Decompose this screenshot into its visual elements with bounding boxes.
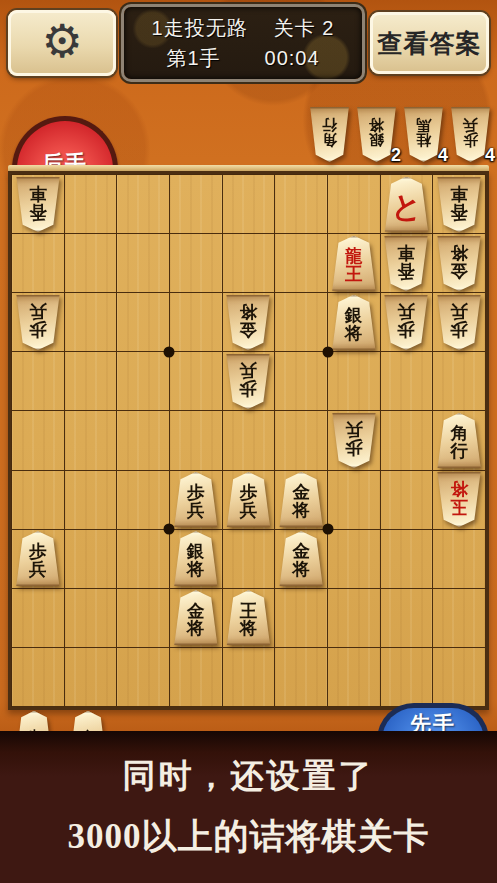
shogi-piece[interactable]: 歩 xyxy=(14,711,54,731)
shogi-piece[interactable]: 歩兵 xyxy=(224,354,272,409)
board-cell[interactable] xyxy=(170,648,223,707)
board-cell[interactable] xyxy=(433,648,486,707)
board-cell[interactable] xyxy=(381,411,434,470)
shogi-piece[interactable]: 金将 xyxy=(172,590,220,645)
board-cell[interactable]: 金将 xyxy=(275,471,328,530)
board-cell[interactable] xyxy=(275,175,328,234)
board-cell[interactable] xyxy=(12,352,65,411)
board-cell[interactable] xyxy=(65,471,118,530)
board-cell[interactable] xyxy=(433,589,486,648)
hand-piece-slot[interactable]: 金 xyxy=(68,711,108,731)
shogi-piece[interactable]: 金将 xyxy=(277,531,325,586)
board-cell[interactable] xyxy=(381,589,434,648)
shogi-piece[interactable]: と xyxy=(382,177,430,232)
shogi-piece[interactable]: 玉将 xyxy=(435,472,483,527)
shogi-piece[interactable]: 歩兵 xyxy=(435,295,483,350)
board-cell[interactable] xyxy=(170,175,223,234)
board-cell[interactable] xyxy=(117,589,170,648)
shogi-board: 香車と香車龍王香車金将歩兵金将銀将歩兵歩兵歩兵歩兵角行歩兵歩兵金将玉将歩兵銀将金… xyxy=(8,171,489,710)
board-cell[interactable] xyxy=(65,648,118,707)
board-cell[interactable]: 金将 xyxy=(170,589,223,648)
hand-piece-slot[interactable]: 歩兵4 xyxy=(449,107,492,162)
board-cell[interactable] xyxy=(381,648,434,707)
board-cell[interactable] xyxy=(170,293,223,352)
shogi-piece[interactable]: 歩兵 xyxy=(14,295,62,350)
shogi-piece[interactable]: 香車 xyxy=(14,177,62,232)
board-cell[interactable] xyxy=(275,293,328,352)
board-cell[interactable] xyxy=(117,352,170,411)
hand-piece-slot[interactable]: 桂馬4 xyxy=(402,107,445,162)
board-cell[interactable] xyxy=(328,471,381,530)
shogi-piece[interactable]: 歩兵 xyxy=(172,472,220,527)
hand-piece-slot[interactable]: 角行 xyxy=(308,107,351,162)
board-cell[interactable] xyxy=(117,234,170,293)
shogi-piece[interactable]: 角行 xyxy=(435,413,483,468)
board-cell[interactable] xyxy=(275,352,328,411)
board-cell[interactable] xyxy=(65,234,118,293)
board-cell[interactable] xyxy=(433,352,486,411)
board-cell[interactable] xyxy=(223,530,276,589)
board-cell[interactable]: 香車 xyxy=(433,175,486,234)
star-point xyxy=(322,346,333,357)
board-cell[interactable]: 銀将 xyxy=(170,530,223,589)
board-cell[interactable] xyxy=(275,411,328,470)
board-cell[interactable]: 歩兵 xyxy=(12,293,65,352)
view-answer-label: 查看答案 xyxy=(378,27,482,60)
board-cell[interactable] xyxy=(170,352,223,411)
board-cell[interactable] xyxy=(170,411,223,470)
board-cell[interactable]: 歩兵 xyxy=(223,471,276,530)
move-counter: 第1手 xyxy=(166,45,220,72)
star-point xyxy=(164,524,175,535)
board-cell[interactable] xyxy=(275,234,328,293)
level-title: 1走投无路 xyxy=(152,15,248,42)
shogi-piece[interactable]: 金将 xyxy=(277,472,325,527)
board-cell[interactable] xyxy=(65,589,118,648)
board-cell[interactable] xyxy=(328,352,381,411)
view-answer-button[interactable]: 查看答案 xyxy=(370,12,489,74)
piece-count: 4 xyxy=(438,145,448,166)
shogi-piece[interactable]: 金将 xyxy=(435,236,483,291)
board-cell[interactable] xyxy=(65,411,118,470)
board-cell[interactable] xyxy=(12,471,65,530)
board-cell[interactable]: と xyxy=(381,175,434,234)
board-cell[interactable] xyxy=(328,175,381,234)
board-cell[interactable] xyxy=(223,648,276,707)
board-cell[interactable] xyxy=(117,530,170,589)
shogi-piece[interactable]: 歩兵 xyxy=(330,413,378,468)
shogi-board-grid: 香車と香車龍王香車金将歩兵金将銀将歩兵歩兵歩兵歩兵角行歩兵歩兵金将玉将歩兵銀将金… xyxy=(11,174,486,707)
board-cell[interactable]: 香車 xyxy=(12,175,65,234)
board-cell[interactable] xyxy=(117,411,170,470)
shogi-piece[interactable]: 歩兵 xyxy=(382,295,430,350)
board-cell[interactable] xyxy=(12,648,65,707)
star-point xyxy=(164,346,175,357)
board-cell[interactable]: 金将 xyxy=(433,234,486,293)
board-cell[interactable]: 角行 xyxy=(433,411,486,470)
board-cell[interactable] xyxy=(12,589,65,648)
board-cell[interactable]: 歩兵 xyxy=(328,411,381,470)
shogi-piece[interactable]: 王将 xyxy=(224,590,272,645)
gote-hand-tray: 角行銀将2桂馬4歩兵4 xyxy=(308,107,492,162)
board-cell[interactable]: 龍王 xyxy=(328,234,381,293)
board-cell[interactable] xyxy=(381,530,434,589)
board-cell[interactable]: 香車 xyxy=(381,234,434,293)
board-cell[interactable] xyxy=(117,293,170,352)
board-cell[interactable] xyxy=(12,411,65,470)
board-cell[interactable] xyxy=(381,471,434,530)
shogi-piece[interactable]: 香車 xyxy=(435,177,483,232)
board-cell[interactable] xyxy=(65,293,118,352)
board-cell[interactable]: 歩兵 xyxy=(433,293,486,352)
board-cell[interactable] xyxy=(65,530,118,589)
board-cell[interactable]: 歩兵 xyxy=(223,352,276,411)
board-cell[interactable] xyxy=(328,530,381,589)
board-cell[interactable]: 歩兵 xyxy=(12,530,65,589)
settings-button[interactable]: ⚙ xyxy=(8,10,116,76)
board-cell[interactable] xyxy=(65,352,118,411)
board-cell[interactable] xyxy=(117,175,170,234)
shogi-piece[interactable]: 銀将 xyxy=(172,531,220,586)
shogi-piece[interactable]: 銀将 xyxy=(330,295,378,350)
board-cell[interactable] xyxy=(328,589,381,648)
board-cell[interactable] xyxy=(223,234,276,293)
shogi-piece[interactable]: 金将 xyxy=(224,295,272,350)
board-cell[interactable] xyxy=(275,648,328,707)
gear-icon: ⚙ xyxy=(41,18,82,64)
board-cell[interactable] xyxy=(117,471,170,530)
shogi-piece[interactable]: 金 xyxy=(68,711,108,731)
shogi-piece[interactable]: 角行 xyxy=(308,107,351,162)
board-cell[interactable]: 歩兵 xyxy=(170,471,223,530)
board-cell[interactable] xyxy=(117,648,170,707)
board-cell[interactable] xyxy=(12,234,65,293)
board-cell[interactable]: 王将 xyxy=(223,589,276,648)
sente-hand-tray: 歩金 xyxy=(14,711,108,731)
shogi-piece[interactable]: 歩兵 xyxy=(224,472,272,527)
board-cell[interactable]: 金将 xyxy=(275,530,328,589)
board-cell[interactable]: 玉将 xyxy=(433,471,486,530)
banner-line2: 3000以上的诘将棋关卡 xyxy=(68,813,430,860)
level-info-panel: 1走投无路 关卡 2 第1手 00:04 xyxy=(124,7,362,79)
board-cell[interactable]: 銀将 xyxy=(328,293,381,352)
board-cell[interactable] xyxy=(223,175,276,234)
shogi-piece[interactable]: 香車 xyxy=(382,236,430,291)
hand-piece-slot[interactable]: 銀将2 xyxy=(355,107,398,162)
shogi-piece[interactable]: 龍王 xyxy=(330,236,378,291)
board-cell[interactable]: 金将 xyxy=(223,293,276,352)
level-number: 关卡 2 xyxy=(274,15,335,42)
board-cell[interactable] xyxy=(170,234,223,293)
timer: 00:04 xyxy=(265,47,320,70)
piece-count: 4 xyxy=(485,145,495,166)
board-cell[interactable] xyxy=(275,589,328,648)
board-cell[interactable] xyxy=(381,352,434,411)
promo-banner: 同时，还设置了 3000以上的诘将棋关卡 xyxy=(0,731,497,883)
hand-piece-slot[interactable]: 歩 xyxy=(14,711,54,731)
board-cell[interactable] xyxy=(328,648,381,707)
board-cell[interactable]: 歩兵 xyxy=(381,293,434,352)
piece-count: 2 xyxy=(391,145,401,166)
star-point xyxy=(322,524,333,535)
board-cell[interactable] xyxy=(65,175,118,234)
board-cell[interactable] xyxy=(433,530,486,589)
shogi-piece[interactable]: 歩兵 xyxy=(14,531,62,586)
banner-line1: 同时，还设置了 xyxy=(123,754,375,799)
board-cell[interactable] xyxy=(223,411,276,470)
